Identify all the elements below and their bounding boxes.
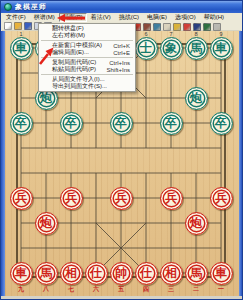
menu-item-label: 左右对称(M) (52, 31, 85, 40)
board-intersection[interactable] (159, 161, 184, 186)
board-intersection[interactable]: 車 (9, 261, 34, 286)
board-intersection[interactable]: 馬 (184, 261, 209, 286)
board-intersection[interactable]: 車 (209, 261, 234, 286)
xiangqi-piece-red-K[interactable]: 帥 (110, 262, 133, 285)
file-label-bottom: 八 (40, 285, 52, 294)
board-intersection[interactable] (109, 236, 134, 261)
piece-glyph: 象 (165, 42, 177, 54)
xiangqi-piece-black-p[interactable]: 卒 (60, 112, 83, 135)
menu-item-label: 粘贴局面代码(P) (52, 65, 96, 74)
xiangqi-piece-black-b[interactable]: 象 (160, 37, 183, 60)
board-intersection[interactable] (184, 111, 209, 136)
board-intersection[interactable] (134, 86, 159, 111)
menu-item[interactable]: 粘贴局面代码(P)Shift+Ins (39, 66, 135, 73)
board-intersection[interactable] (34, 136, 59, 161)
piece-glyph: 兵 (65, 192, 77, 204)
xiangqi-piece-red-R[interactable]: 車 (210, 262, 233, 285)
board-intersection[interactable] (134, 236, 159, 261)
cup-icon[interactable] (173, 23, 181, 31)
save-icon[interactable] (24, 22, 32, 30)
board-intersection[interactable] (134, 111, 159, 136)
board-intersection[interactable] (59, 136, 84, 161)
file-label-bottom: 九 (15, 285, 27, 294)
board-intersection[interactable] (109, 211, 134, 236)
piece-glyph: 仕 (90, 267, 102, 279)
piece-glyph: 兵 (165, 192, 177, 204)
board-intersection[interactable] (9, 86, 34, 111)
menu-item-shortcut: Ctrl+E (113, 50, 130, 56)
piece-glyph: 車 (15, 42, 27, 54)
xiangqi-piece-black-p[interactable]: 卒 (160, 112, 183, 135)
board-intersection[interactable] (209, 86, 234, 111)
piece-glyph: 仕 (140, 267, 152, 279)
board-intersection[interactable] (9, 211, 34, 236)
board-intersection[interactable] (134, 61, 159, 86)
board-intersection[interactable] (134, 136, 159, 161)
app-window: 象棋巫师 文件(F)棋谱(M)局面(P)着法(V)挑战(C)电脑(E)选项(O)… (0, 0, 243, 300)
window-border-right (239, 31, 242, 299)
file-label-bottom: 四 (140, 285, 152, 294)
piece-glyph: 炮 (40, 217, 52, 229)
xiangqi-piece-black-p[interactable]: 卒 (110, 112, 133, 135)
menu-8[interactable]: 帮助(H) (200, 13, 228, 22)
board-intersection[interactable]: 相 (159, 261, 184, 286)
help-icon[interactable] (213, 23, 221, 31)
board-intersection[interactable] (34, 111, 59, 136)
piece-glyph: 馬 (190, 267, 202, 279)
xiangqi-piece-red-C[interactable]: 炮 (185, 212, 208, 235)
piece-glyph: 炮 (40, 92, 52, 104)
board-intersection[interactable]: 兵 (9, 186, 34, 211)
xiangqi-piece-black-p[interactable]: 卒 (10, 112, 33, 135)
file-label-bottom: 三 (165, 285, 177, 294)
board-intersection[interactable] (184, 61, 209, 86)
menu-item-shortcut: Ctrl+Ins (109, 60, 130, 66)
piece-glyph: 卒 (15, 117, 27, 129)
board-intersection[interactable] (209, 61, 234, 86)
board-intersection[interactable]: 炮 (34, 211, 59, 236)
board-intersection[interactable]: 炮 (184, 86, 209, 111)
board-intersection[interactable]: 馬 (34, 261, 59, 286)
board-intersection[interactable]: 卒 (209, 111, 234, 136)
board-intersection[interactable] (59, 211, 84, 236)
board-intersection[interactable] (9, 161, 34, 186)
xiangqi-piece-red-B[interactable]: 相 (60, 262, 83, 285)
board-intersection[interactable] (209, 136, 234, 161)
piece-glyph: 炮 (190, 92, 202, 104)
xiangqi-piece-red-P[interactable]: 兵 (110, 187, 133, 210)
menu-3[interactable]: 局面(P) (59, 13, 87, 22)
board-intersection[interactable] (9, 236, 34, 261)
book-icon[interactable] (193, 23, 201, 31)
board-intersection[interactable] (109, 161, 134, 186)
position-menu-dropdown: 翻转棋盘(F)左右对称(M)在新窗口中模拟(A)Ctrl+K编辑局面(E)...… (38, 23, 136, 92)
board-intersection[interactable] (84, 236, 109, 261)
menu-bar: 文件(F)棋谱(M)局面(P)着法(V)挑战(C)电脑(E)选项(O)帮助(H) (2, 13, 241, 22)
board-intersection[interactable] (84, 161, 109, 186)
board-intersection[interactable] (134, 211, 159, 236)
menu-item-shortcut: Ctrl+K (113, 43, 130, 49)
new-file-icon[interactable] (4, 22, 12, 30)
piece-glyph: 卒 (165, 117, 177, 129)
board-intersection[interactable]: 相 (59, 261, 84, 286)
menu-2[interactable]: 棋谱(M) (30, 13, 59, 22)
piece-glyph: 卒 (215, 117, 227, 129)
board-intersection[interactable]: 馬 (184, 36, 209, 61)
board-intersection[interactable]: 兵 (159, 186, 184, 211)
board-intersection[interactable] (184, 136, 209, 161)
board-intersection[interactable]: 車 (209, 36, 234, 61)
xiangqi-piece-red-C[interactable]: 炮 (35, 212, 58, 235)
xiangqi-piece-red-B[interactable]: 相 (160, 262, 183, 285)
board-intersection[interactable] (159, 236, 184, 261)
board-intersection[interactable] (34, 161, 59, 186)
board-intersection[interactable] (9, 136, 34, 161)
piece-glyph: 車 (215, 42, 227, 54)
xiangqi-piece-red-N[interactable]: 馬 (35, 262, 58, 285)
piece-glyph: 炮 (190, 217, 202, 229)
board-intersection[interactable] (9, 61, 34, 86)
board-intersection[interactable]: 車 (9, 36, 34, 61)
piece-glyph: 兵 (115, 192, 127, 204)
file-label-bottom: 六 (90, 285, 102, 294)
board-intersection[interactable]: 仕 (84, 261, 109, 286)
open-folder-icon[interactable] (14, 22, 22, 30)
window-border-bottom (1, 296, 242, 299)
file-label-bottom: 一 (215, 285, 227, 294)
menu-item[interactable]: 编辑局面(E)...Ctrl+E (39, 49, 135, 56)
board-intersection[interactable]: 炮 (184, 211, 209, 236)
piece-glyph: 士 (140, 42, 152, 54)
board-intersection[interactable]: 仕 (134, 261, 159, 286)
xiangqi-piece-black-a[interactable]: 士 (135, 37, 158, 60)
board-intersection[interactable] (34, 236, 59, 261)
board-intersection[interactable] (184, 236, 209, 261)
app-icon (4, 3, 12, 11)
xiangqi-piece-black-r[interactable]: 車 (210, 37, 233, 60)
file-label-bottom: 二 (190, 285, 202, 294)
xiangqi-piece-red-R[interactable]: 車 (10, 262, 33, 285)
board-intersection[interactable] (159, 86, 184, 111)
clock-icon[interactable] (183, 23, 191, 31)
engine-icon[interactable] (143, 23, 151, 31)
menu-5[interactable]: 挑战(C) (115, 13, 143, 22)
xiangqi-piece-red-P[interactable]: 兵 (210, 187, 233, 210)
menu-4[interactable]: 着法(V) (87, 13, 115, 22)
piece-glyph: 帥 (115, 267, 127, 279)
tree-icon[interactable] (203, 23, 211, 31)
xiangqi-piece-black-n[interactable]: 馬 (185, 37, 208, 60)
xiangqi-piece-red-P[interactable]: 兵 (160, 187, 183, 210)
piece-glyph: 馬 (190, 42, 202, 54)
xiangqi-piece-red-P[interactable]: 兵 (60, 187, 83, 210)
xiangqi-piece-red-P[interactable]: 兵 (10, 187, 33, 210)
xiangqi-piece-black-c[interactable]: 炮 (185, 87, 208, 110)
board-intersection[interactable] (84, 136, 109, 161)
board-intersection[interactable] (134, 186, 159, 211)
menu-item-shortcut: Shift+Ins (106, 67, 130, 73)
xiangqi-piece-black-p[interactable]: 卒 (210, 112, 233, 135)
board-intersection[interactable]: 兵 (59, 186, 84, 211)
piece-glyph: 馬 (40, 267, 52, 279)
xiangqi-piece-black-r[interactable]: 車 (10, 37, 33, 60)
piece-glyph: 車 (215, 267, 227, 279)
board-intersection[interactable]: 象 (159, 36, 184, 61)
board-intersection[interactable] (159, 136, 184, 161)
board-intersection[interactable]: 卒 (159, 111, 184, 136)
board-intersection[interactable]: 兵 (109, 186, 134, 211)
board-intersection[interactable] (184, 161, 209, 186)
computer-icon[interactable] (153, 23, 161, 31)
board-intersection[interactable] (59, 236, 84, 261)
menu-item-label: 编辑局面(E)... (52, 48, 89, 57)
board-intersection[interactable]: 卒 (59, 111, 84, 136)
board-intersection[interactable] (84, 111, 109, 136)
board-intersection[interactable] (159, 61, 184, 86)
board-intersection[interactable]: 卒 (109, 111, 134, 136)
title-bar[interactable]: 象棋巫师 (1, 1, 242, 13)
window-border-left (1, 31, 5, 299)
piece-glyph: 卒 (65, 117, 77, 129)
xiangqi-piece-red-A[interactable]: 仕 (85, 262, 108, 285)
menu-7[interactable]: 选项(O) (171, 13, 200, 22)
piece-glyph: 兵 (215, 192, 227, 204)
menu-1[interactable]: 文件(F) (2, 13, 30, 22)
board-intersection[interactable]: 兵 (209, 186, 234, 211)
board-intersection[interactable]: 卒 (9, 111, 34, 136)
board-intersection[interactable] (59, 161, 84, 186)
board-intersection[interactable] (209, 236, 234, 261)
file-label-bottom: 五 (115, 285, 127, 294)
board-intersection[interactable] (209, 211, 234, 236)
board-intersection[interactable] (109, 136, 134, 161)
piece-glyph: 兵 (15, 192, 27, 204)
piece-glyph: 車 (15, 267, 27, 279)
board-icon[interactable] (163, 23, 171, 31)
board-intersection[interactable] (184, 186, 209, 211)
board-intersection[interactable] (34, 186, 59, 211)
menu-item-label: 导出到局面文件(S)... (52, 82, 107, 91)
board-intersection[interactable] (209, 161, 234, 186)
board-intersection[interactable] (159, 211, 184, 236)
board-intersection[interactable] (84, 211, 109, 236)
menu-item[interactable]: 导出到局面文件(S)... (39, 83, 135, 90)
board-intersection[interactable] (84, 186, 109, 211)
piece-glyph: 相 (165, 267, 177, 279)
piece-glyph: 相 (65, 267, 77, 279)
window-title: 象棋巫师 (15, 2, 47, 12)
menu-item[interactable]: 左右对称(M) (39, 32, 135, 39)
file-label-bottom: 七 (65, 285, 77, 294)
board-intersection[interactable] (134, 161, 159, 186)
menu-6[interactable]: 电脑(E) (143, 13, 171, 22)
piece-glyph: 卒 (115, 117, 127, 129)
xiangqi-piece-red-N[interactable]: 馬 (185, 262, 208, 285)
board-intersection[interactable]: 士 (134, 36, 159, 61)
board-intersection[interactable]: 帥 (109, 261, 134, 286)
xiangqi-piece-red-A[interactable]: 仕 (135, 262, 158, 285)
